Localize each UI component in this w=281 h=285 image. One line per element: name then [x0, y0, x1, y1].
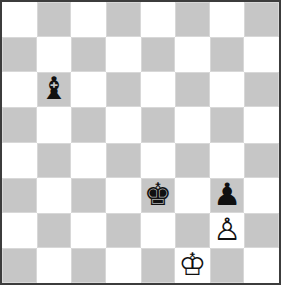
square-d6[interactable]	[106, 72, 141, 107]
square-a4[interactable]	[2, 143, 37, 178]
square-b7[interactable]	[37, 37, 72, 72]
square-f2[interactable]	[175, 213, 210, 248]
square-e3[interactable]: ♚	[141, 178, 176, 213]
square-h7[interactable]	[244, 37, 279, 72]
square-b2[interactable]	[37, 213, 72, 248]
square-d1[interactable]	[106, 248, 141, 283]
square-c8[interactable]	[71, 2, 106, 37]
square-f1[interactable]: ♔	[175, 248, 210, 283]
square-e7[interactable]	[141, 37, 176, 72]
black-king: ♚	[144, 179, 172, 210]
white-pawn: ♙	[213, 214, 241, 245]
square-e6[interactable]	[141, 72, 176, 107]
square-a5[interactable]	[2, 107, 37, 142]
square-h5[interactable]	[244, 107, 279, 142]
square-b6[interactable]: ♝	[37, 72, 72, 107]
square-g1[interactable]	[210, 248, 245, 283]
square-f7[interactable]	[175, 37, 210, 72]
square-d2[interactable]	[106, 213, 141, 248]
square-a7[interactable]	[2, 37, 37, 72]
square-b1[interactable]	[37, 248, 72, 283]
square-e5[interactable]	[141, 107, 176, 142]
square-c7[interactable]	[71, 37, 106, 72]
square-h1[interactable]	[244, 248, 279, 283]
square-c4[interactable]	[71, 143, 106, 178]
square-c3[interactable]	[71, 178, 106, 213]
square-g2[interactable]: ♙	[210, 213, 245, 248]
board-grid: ♝♚♟♙♔	[2, 2, 279, 283]
square-d5[interactable]	[106, 107, 141, 142]
square-a2[interactable]	[2, 213, 37, 248]
square-f6[interactable]	[175, 72, 210, 107]
square-e4[interactable]	[141, 143, 176, 178]
square-d7[interactable]	[106, 37, 141, 72]
square-h4[interactable]	[244, 143, 279, 178]
square-h2[interactable]	[244, 213, 279, 248]
square-g8[interactable]	[210, 2, 245, 37]
square-f8[interactable]	[175, 2, 210, 37]
square-e2[interactable]	[141, 213, 176, 248]
square-a3[interactable]	[2, 178, 37, 213]
square-b5[interactable]	[37, 107, 72, 142]
square-d8[interactable]	[106, 2, 141, 37]
chess-board: ♝♚♟♙♔	[0, 0, 281, 285]
square-g5[interactable]	[210, 107, 245, 142]
square-c1[interactable]	[71, 248, 106, 283]
square-f5[interactable]	[175, 107, 210, 142]
square-f3[interactable]	[175, 178, 210, 213]
square-a8[interactable]	[2, 2, 37, 37]
square-g6[interactable]	[210, 72, 245, 107]
square-b3[interactable]	[37, 178, 72, 213]
square-c5[interactable]	[71, 107, 106, 142]
square-b4[interactable]	[37, 143, 72, 178]
square-a1[interactable]	[2, 248, 37, 283]
square-g3[interactable]: ♟	[210, 178, 245, 213]
square-d3[interactable]	[106, 178, 141, 213]
square-b8[interactable]	[37, 2, 72, 37]
square-d4[interactable]	[106, 143, 141, 178]
square-c2[interactable]	[71, 213, 106, 248]
square-f4[interactable]	[175, 143, 210, 178]
square-c6[interactable]	[71, 72, 106, 107]
square-h6[interactable]	[244, 72, 279, 107]
square-h3[interactable]	[244, 178, 279, 213]
square-a6[interactable]	[2, 72, 37, 107]
square-g7[interactable]	[210, 37, 245, 72]
square-g4[interactable]	[210, 143, 245, 178]
white-king: ♔	[179, 249, 207, 280]
black-pawn: ♟	[213, 179, 241, 210]
square-h8[interactable]	[244, 2, 279, 37]
square-e8[interactable]	[141, 2, 176, 37]
black-bishop: ♝	[40, 73, 68, 104]
square-e1[interactable]	[141, 248, 176, 283]
